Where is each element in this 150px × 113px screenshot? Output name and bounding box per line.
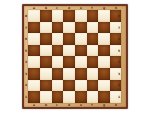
coord-file-top-d: d — [68, 7, 70, 10]
coord-file-top-e: e — [80, 7, 82, 10]
coord-file-top-c: c — [57, 7, 59, 10]
coord-file-top-a: a — [33, 7, 35, 10]
coord-file-bottom-g: g — [103, 103, 105, 106]
coord-file-bottom-a: a — [33, 103, 35, 106]
board-border-wood: aabbccddeeffgghh8877665544332211 — [24, 6, 126, 107]
coord-rank-left-5: 5 — [25, 49, 27, 52]
chess-board: aabbccddeeffgghh8877665544332211 — [22, 4, 128, 109]
coord-rank-left-1: 1 — [25, 95, 27, 98]
coord-file-top-h: h — [115, 7, 117, 10]
piece-layer — [28, 10, 121, 102]
coord-file-bottom-f: f — [92, 103, 93, 106]
coord-file-bottom-h: h — [115, 103, 117, 106]
coord-rank-left-2: 2 — [25, 84, 27, 87]
coord-rank-left-3: 3 — [25, 72, 27, 75]
coord-file-top-g: g — [103, 7, 105, 10]
coord-file-bottom-d: d — [68, 103, 70, 106]
coord-file-top-f: f — [92, 7, 93, 10]
coord-file-top-b: b — [45, 7, 47, 10]
coord-file-bottom-e: e — [80, 103, 82, 106]
coord-rank-left-6: 6 — [25, 38, 27, 41]
coord-file-bottom-b: b — [45, 103, 47, 106]
coord-file-bottom-c: c — [57, 103, 59, 106]
coord-rank-left-8: 8 — [25, 15, 27, 18]
coord-rank-left-7: 7 — [25, 26, 27, 29]
coord-rank-left-4: 4 — [25, 61, 27, 64]
